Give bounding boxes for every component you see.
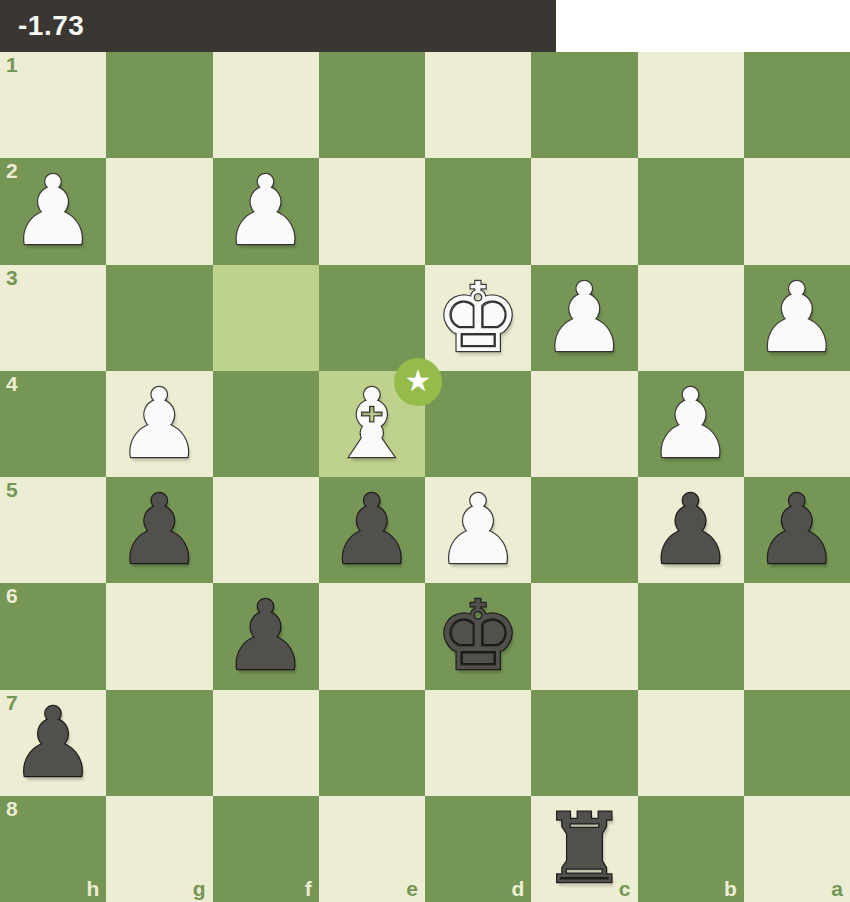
square-g8[interactable]: g bbox=[106, 796, 212, 902]
star-icon: ★ bbox=[405, 366, 432, 396]
square-a5[interactable]: ♟ bbox=[744, 477, 850, 583]
square-d6[interactable]: ♚ bbox=[425, 583, 531, 689]
square-c5[interactable] bbox=[531, 477, 637, 583]
square-b1[interactable] bbox=[638, 52, 744, 158]
evaluation-score: -1.73 bbox=[0, 10, 84, 42]
game-review-screen: -1.73 12♟♟3♚♟♟4♟♝♟5♟♟♟♟♟6♟♚7♟8hgfedc♜ba★ bbox=[0, 0, 850, 902]
piece-black-pawn-g5[interactable]: ♟ bbox=[116, 482, 202, 578]
square-g1[interactable] bbox=[106, 52, 212, 158]
piece-black-rook-c8[interactable]: ♜ bbox=[541, 801, 627, 897]
square-f6[interactable]: ♟ bbox=[213, 583, 319, 689]
square-h8[interactable]: 8h bbox=[0, 796, 106, 902]
square-h2[interactable]: 2♟ bbox=[0, 158, 106, 264]
square-f3[interactable] bbox=[213, 265, 319, 371]
square-b3[interactable] bbox=[638, 265, 744, 371]
square-a7[interactable] bbox=[744, 690, 850, 796]
file-label-b: b bbox=[724, 878, 737, 899]
piece-white-pawn-a3[interactable]: ♟ bbox=[754, 270, 840, 366]
rank-label-6: 6 bbox=[6, 585, 18, 606]
square-e6[interactable] bbox=[319, 583, 425, 689]
rank-label-5: 5 bbox=[6, 479, 18, 500]
square-f1[interactable] bbox=[213, 52, 319, 158]
chess-board[interactable]: 12♟♟3♚♟♟4♟♝♟5♟♟♟♟♟6♟♚7♟8hgfedc♜ba★ bbox=[0, 52, 850, 902]
piece-black-pawn-h7[interactable]: ♟ bbox=[10, 695, 96, 791]
square-f5[interactable] bbox=[213, 477, 319, 583]
piece-white-pawn-c3[interactable]: ♟ bbox=[541, 270, 627, 366]
rank-label-8: 8 bbox=[6, 798, 18, 819]
square-e8[interactable]: e bbox=[319, 796, 425, 902]
square-c4[interactable] bbox=[531, 371, 637, 477]
square-e1[interactable] bbox=[319, 52, 425, 158]
piece-black-pawn-a5[interactable]: ♟ bbox=[754, 482, 840, 578]
square-c3[interactable]: ♟ bbox=[531, 265, 637, 371]
square-g4[interactable]: ♟ bbox=[106, 371, 212, 477]
rank-label-2: 2 bbox=[6, 160, 18, 181]
piece-black-pawn-b5[interactable]: ♟ bbox=[648, 482, 734, 578]
square-b8[interactable]: b bbox=[638, 796, 744, 902]
rank-label-7: 7 bbox=[6, 692, 18, 713]
piece-white-pawn-h2[interactable]: ♟ bbox=[10, 163, 96, 259]
square-b2[interactable] bbox=[638, 158, 744, 264]
evaluation-bar-black-section: -1.73 bbox=[0, 0, 556, 52]
square-d2[interactable] bbox=[425, 158, 531, 264]
square-h5[interactable]: 5 bbox=[0, 477, 106, 583]
square-c6[interactable] bbox=[531, 583, 637, 689]
square-g2[interactable] bbox=[106, 158, 212, 264]
square-c2[interactable] bbox=[531, 158, 637, 264]
piece-white-pawn-b4[interactable]: ♟ bbox=[648, 376, 734, 472]
evaluation-bar-white-section bbox=[556, 0, 850, 52]
file-label-c: c bbox=[619, 878, 631, 899]
square-c8[interactable]: c♜ bbox=[531, 796, 637, 902]
file-label-f: f bbox=[305, 878, 312, 899]
square-h6[interactable]: 6 bbox=[0, 583, 106, 689]
square-g5[interactable]: ♟ bbox=[106, 477, 212, 583]
piece-black-pawn-e5[interactable]: ♟ bbox=[329, 482, 415, 578]
square-h1[interactable]: 1 bbox=[0, 52, 106, 158]
square-b7[interactable] bbox=[638, 690, 744, 796]
square-b6[interactable] bbox=[638, 583, 744, 689]
rank-label-4: 4 bbox=[6, 373, 18, 394]
evaluation-bar: -1.73 bbox=[0, 0, 850, 52]
file-label-g: g bbox=[193, 878, 206, 899]
piece-black-pawn-f6[interactable]: ♟ bbox=[223, 588, 309, 684]
square-d1[interactable] bbox=[425, 52, 531, 158]
square-g6[interactable] bbox=[106, 583, 212, 689]
square-d7[interactable] bbox=[425, 690, 531, 796]
piece-white-pawn-f2[interactable]: ♟ bbox=[223, 163, 309, 259]
square-d5[interactable]: ♟ bbox=[425, 477, 531, 583]
square-g3[interactable] bbox=[106, 265, 212, 371]
rank-label-3: 3 bbox=[6, 267, 18, 288]
square-d8[interactable]: d bbox=[425, 796, 531, 902]
square-h7[interactable]: 7♟ bbox=[0, 690, 106, 796]
square-e3[interactable] bbox=[319, 265, 425, 371]
square-b4[interactable]: ♟ bbox=[638, 371, 744, 477]
square-g7[interactable] bbox=[106, 690, 212, 796]
square-e2[interactable] bbox=[319, 158, 425, 264]
square-c7[interactable] bbox=[531, 690, 637, 796]
square-a8[interactable]: a bbox=[744, 796, 850, 902]
square-d3[interactable]: ♚ bbox=[425, 265, 531, 371]
file-label-a: a bbox=[831, 878, 843, 899]
best-move-star-badge: ★ bbox=[394, 358, 442, 406]
square-f2[interactable]: ♟ bbox=[213, 158, 319, 264]
rank-label-1: 1 bbox=[6, 54, 18, 75]
file-label-e: e bbox=[406, 878, 418, 899]
square-e5[interactable]: ♟ bbox=[319, 477, 425, 583]
square-a2[interactable] bbox=[744, 158, 850, 264]
square-f4[interactable] bbox=[213, 371, 319, 477]
square-b5[interactable]: ♟ bbox=[638, 477, 744, 583]
file-label-d: d bbox=[511, 878, 524, 899]
file-label-h: h bbox=[86, 878, 99, 899]
square-f8[interactable]: f bbox=[213, 796, 319, 902]
square-c1[interactable] bbox=[531, 52, 637, 158]
square-h3[interactable]: 3 bbox=[0, 265, 106, 371]
square-a4[interactable] bbox=[744, 371, 850, 477]
piece-black-king-d6[interactable]: ♚ bbox=[435, 588, 521, 684]
square-a3[interactable]: ♟ bbox=[744, 265, 850, 371]
square-f7[interactable] bbox=[213, 690, 319, 796]
square-h4[interactable]: 4 bbox=[0, 371, 106, 477]
square-a1[interactable] bbox=[744, 52, 850, 158]
square-e7[interactable] bbox=[319, 690, 425, 796]
piece-white-king-d3[interactable]: ♚ bbox=[435, 270, 521, 366]
square-a6[interactable] bbox=[744, 583, 850, 689]
piece-white-pawn-g4[interactable]: ♟ bbox=[116, 376, 202, 472]
piece-white-pawn-d5[interactable]: ♟ bbox=[435, 482, 521, 578]
